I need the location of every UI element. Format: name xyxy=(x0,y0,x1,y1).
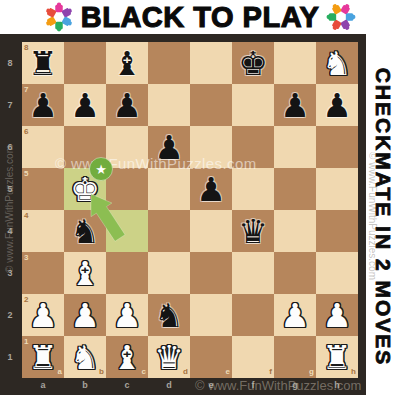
rank-label: 7 xyxy=(0,84,20,126)
square-g1[interactable]: g xyxy=(274,336,316,378)
square-h6[interactable] xyxy=(316,126,358,168)
black-pawn[interactable]: ♟ xyxy=(190,168,232,210)
square-h2[interactable]: ♟ xyxy=(316,294,358,336)
file-label: g xyxy=(274,380,316,394)
square-d2[interactable]: ♞ xyxy=(148,294,190,336)
rank-label: 5 xyxy=(0,168,20,210)
square-g2[interactable]: ♟ xyxy=(274,294,316,336)
square-a8[interactable]: 8♜ xyxy=(22,42,64,84)
black-pawn[interactable]: ♟ xyxy=(316,84,358,126)
chess-board-frame: 87654321 abcdefgh 8♜♝♚♞7♟♟♟♟♟6♟5♚♟4♞♛3♝2… xyxy=(0,34,366,395)
square-d6[interactable]: ♟ xyxy=(148,126,190,168)
square-coordinate: c xyxy=(142,368,146,376)
square-f6[interactable] xyxy=(232,126,274,168)
white-bishop[interactable]: ♝ xyxy=(64,252,106,294)
chess-puzzle-page: BLACK TO PLAY 87654321 abcdefgh 8♜♝♚♞7♟♟… xyxy=(0,0,400,400)
square-b6[interactable] xyxy=(64,126,106,168)
square-b8[interactable] xyxy=(64,42,106,84)
square-d4[interactable] xyxy=(148,210,190,252)
black-queen[interactable]: ♛ xyxy=(232,210,274,252)
square-f8[interactable]: ♚ xyxy=(232,42,274,84)
square-g6[interactable] xyxy=(274,126,316,168)
square-coordinate: 8 xyxy=(24,44,28,52)
square-a5[interactable]: 5 xyxy=(22,168,64,210)
file-label: a xyxy=(22,380,64,394)
square-h8[interactable]: ♞ xyxy=(316,42,358,84)
white-pawn[interactable]: ♟ xyxy=(106,294,148,336)
square-d7[interactable] xyxy=(148,84,190,126)
black-pawn[interactable]: ♟ xyxy=(148,126,190,168)
chess-board: 8♜♝♚♞7♟♟♟♟♟6♟5♚♟4♞♛3♝2♟♟♟♞♟♟1a♜b♞c♝d♛efg… xyxy=(22,42,358,378)
square-f5[interactable] xyxy=(232,168,274,210)
square-a6[interactable]: 6 xyxy=(22,126,64,168)
square-h5[interactable] xyxy=(316,168,358,210)
white-pawn[interactable]: ♟ xyxy=(274,294,316,336)
rank-label: 1 xyxy=(0,336,20,378)
square-a3[interactable]: 3 xyxy=(22,252,64,294)
square-c4[interactable] xyxy=(106,210,148,252)
white-pawn[interactable]: ♟ xyxy=(316,294,358,336)
file-label: e xyxy=(190,380,232,394)
black-pawn[interactable]: ♟ xyxy=(274,84,316,126)
white-knight[interactable]: ♞ xyxy=(316,42,358,84)
black-knight[interactable]: ♞ xyxy=(148,294,190,336)
square-e6[interactable] xyxy=(190,126,232,168)
square-e2[interactable] xyxy=(190,294,232,336)
square-b5[interactable]: ♚ xyxy=(64,168,106,210)
square-coordinate: d xyxy=(183,368,188,376)
square-coordinate: 2 xyxy=(24,296,28,304)
square-e5[interactable]: ♟ xyxy=(190,168,232,210)
square-h3[interactable] xyxy=(316,252,358,294)
rank-label: 2 xyxy=(0,294,20,336)
puzzle-pieces-icon xyxy=(44,2,74,32)
square-f4[interactable]: ♛ xyxy=(232,210,274,252)
square-b4[interactable]: ♞ xyxy=(64,210,106,252)
white-king[interactable]: ♚ xyxy=(64,168,106,210)
square-c1[interactable]: c♝ xyxy=(106,336,148,378)
square-g3[interactable] xyxy=(274,252,316,294)
square-g4[interactable] xyxy=(274,210,316,252)
square-a2[interactable]: 2♟ xyxy=(22,294,64,336)
square-c2[interactable]: ♟ xyxy=(106,294,148,336)
square-h7[interactable]: ♟ xyxy=(316,84,358,126)
file-label: f xyxy=(232,380,274,394)
black-knight[interactable]: ♞ xyxy=(64,210,106,252)
square-b1[interactable]: b♞ xyxy=(64,336,106,378)
square-e7[interactable] xyxy=(190,84,232,126)
square-e8[interactable] xyxy=(190,42,232,84)
side-banner: © www.FunWithPuzzles.com CHECKMATE IN 2 … xyxy=(366,34,400,400)
black-pawn[interactable]: ♟ xyxy=(106,84,148,126)
square-coordinate: a xyxy=(58,368,62,376)
square-c6[interactable] xyxy=(106,126,148,168)
rank-label: 6 xyxy=(0,126,20,168)
square-coordinate: g xyxy=(309,368,314,376)
rank-label: 4 xyxy=(0,210,20,252)
square-f7[interactable] xyxy=(232,84,274,126)
square-g5[interactable] xyxy=(274,168,316,210)
square-coordinate: b xyxy=(99,368,104,376)
square-h4[interactable] xyxy=(316,210,358,252)
square-a1[interactable]: 1a♜ xyxy=(22,336,64,378)
square-e1[interactable]: e xyxy=(190,336,232,378)
square-d1[interactable]: d♛ xyxy=(148,336,190,378)
square-coordinate: 6 xyxy=(24,128,28,136)
square-coordinate: 5 xyxy=(24,170,28,178)
rank-label: 8 xyxy=(0,42,20,84)
square-e4[interactable] xyxy=(190,210,232,252)
square-coordinate: 4 xyxy=(24,212,28,220)
square-f2[interactable] xyxy=(232,294,274,336)
square-c5[interactable] xyxy=(106,168,148,210)
square-g8[interactable] xyxy=(274,42,316,84)
square-f1[interactable]: f xyxy=(232,336,274,378)
square-g7[interactable]: ♟ xyxy=(274,84,316,126)
square-coordinate: h xyxy=(351,368,356,376)
file-label: d xyxy=(148,380,190,394)
square-e3[interactable] xyxy=(190,252,232,294)
square-d8[interactable] xyxy=(148,42,190,84)
black-bishop[interactable]: ♝ xyxy=(106,42,148,84)
side-banner-text: CHECKMATE IN 2 MOVES xyxy=(366,37,400,397)
square-b3[interactable]: ♝ xyxy=(64,252,106,294)
white-pawn[interactable]: ♟ xyxy=(64,294,106,336)
square-f3[interactable] xyxy=(232,252,274,294)
rank-label: 3 xyxy=(0,252,20,294)
black-king[interactable]: ♚ xyxy=(232,42,274,84)
square-c3[interactable] xyxy=(106,252,148,294)
square-coordinate: 7 xyxy=(24,86,28,94)
square-coordinate: 3 xyxy=(24,254,28,262)
square-coordinate: f xyxy=(269,368,272,376)
square-d5[interactable] xyxy=(148,168,190,210)
square-a7[interactable]: 7♟ xyxy=(22,84,64,126)
page-title: BLACK TO PLAY xyxy=(81,0,320,34)
square-a4[interactable]: 4 xyxy=(22,210,64,252)
square-coordinate: e xyxy=(226,368,230,376)
square-d3[interactable] xyxy=(148,252,190,294)
puzzle-pieces-icon xyxy=(326,2,356,32)
square-b2[interactable]: ♟ xyxy=(64,294,106,336)
square-b7[interactable]: ♟ xyxy=(64,84,106,126)
file-label: b xyxy=(64,380,106,394)
black-pawn[interactable]: ♟ xyxy=(64,84,106,126)
square-c7[interactable]: ♟ xyxy=(106,84,148,126)
square-c8[interactable]: ♝ xyxy=(106,42,148,84)
file-label: c xyxy=(106,380,148,394)
title-bar: BLACK TO PLAY xyxy=(0,0,400,34)
file-label: h xyxy=(316,380,358,394)
square-h1[interactable]: h♜ xyxy=(316,336,358,378)
square-coordinate: 1 xyxy=(24,338,28,346)
